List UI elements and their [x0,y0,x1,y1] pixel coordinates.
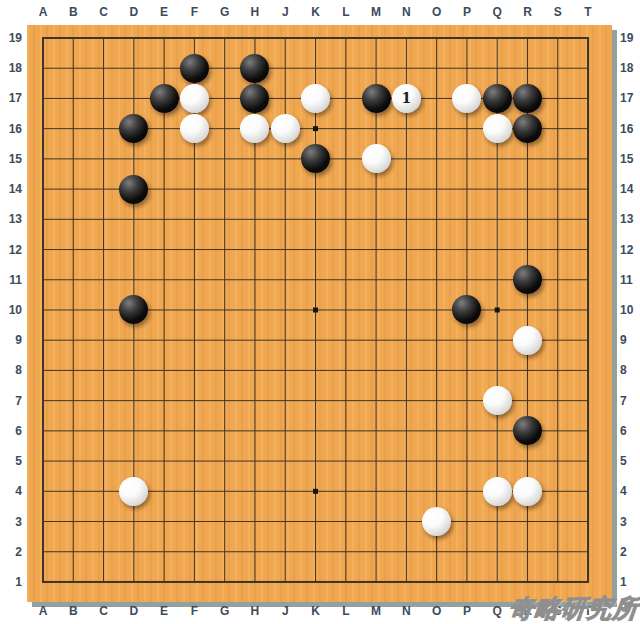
col-label-top-F: F [191,4,198,20]
row-label-left-14: 14 [0,181,22,197]
row-label-left-11: 11 [0,272,22,288]
row-label-right-8: 8 [620,362,640,378]
row-label-right-18: 18 [620,60,640,76]
white-stone-J16 [271,114,300,143]
black-stone-Q17 [483,84,512,113]
col-label-bottom-D: D [129,603,138,619]
row-label-left-5: 5 [0,453,22,469]
col-label-bottom-K: K [311,603,320,619]
star-point-K4 [313,489,318,494]
row-label-right-17: 17 [620,90,640,106]
black-stone-F18 [180,54,209,83]
white-stone-Q4 [483,477,512,506]
col-label-bottom-M: M [371,603,381,619]
star-point-K10 [313,307,318,312]
col-label-top-L: L [342,4,349,20]
go-diagram-page: 1 ABCDEFGHJKLMNOPQRST ABCDEFGHJKLMNOPQRS… [0,0,640,624]
row-label-left-18: 18 [0,60,22,76]
col-label-bottom-P: P [463,603,471,619]
white-stone-N17: 1 [392,84,421,113]
row-label-right-6: 6 [620,423,640,439]
col-label-bottom-N: N [402,603,411,619]
row-label-right-4: 4 [620,483,640,499]
col-label-top-M: M [371,4,381,20]
go-board[interactable]: 1 [27,25,612,602]
col-label-top-N: N [402,4,411,20]
col-label-top-P: P [463,4,471,20]
col-label-bottom-L: L [342,603,349,619]
col-label-bottom-A: A [39,603,48,619]
row-label-right-11: 11 [620,272,640,288]
row-label-right-1: 1 [620,574,640,590]
row-label-left-15: 15 [0,151,22,167]
col-label-bottom-H: H [251,603,260,619]
black-stone-H18 [240,54,269,83]
row-label-left-3: 3 [0,514,22,530]
row-label-right-14: 14 [620,181,640,197]
row-label-left-9: 9 [0,332,22,348]
row-label-right-19: 19 [620,30,640,46]
col-label-bottom-Q: Q [493,603,502,619]
white-stone-M15 [362,144,391,173]
white-stone-R4 [513,477,542,506]
row-label-right-5: 5 [620,453,640,469]
row-label-left-1: 1 [0,574,22,590]
row-label-left-7: 7 [0,393,22,409]
row-label-right-13: 13 [620,211,640,227]
row-label-right-16: 16 [620,121,640,137]
col-label-top-J: J [282,4,289,20]
watermark: 奇略研究所 [507,592,640,624]
move-number-label: 1 [392,84,421,113]
white-stone-D4 [119,477,148,506]
row-label-left-13: 13 [0,211,22,227]
row-label-right-12: 12 [620,242,640,258]
row-label-left-10: 10 [0,302,22,318]
col-label-bottom-B: B [69,603,78,619]
black-stone-M17 [362,84,391,113]
black-stone-R17 [513,84,542,113]
row-label-right-7: 7 [620,393,640,409]
black-stone-R11 [513,265,542,294]
col-label-top-E: E [160,4,168,20]
col-label-bottom-J: J [282,603,289,619]
row-label-left-12: 12 [0,242,22,258]
row-label-left-8: 8 [0,362,22,378]
col-label-top-Q: Q [493,4,502,20]
col-label-top-S: S [554,4,562,20]
row-label-left-4: 4 [0,483,22,499]
white-stone-F17 [180,84,209,113]
col-label-top-R: R [523,4,532,20]
col-label-bottom-O: O [432,603,441,619]
white-stone-K17 [301,84,330,113]
row-label-left-16: 16 [0,121,22,137]
white-stone-Q16 [483,114,512,143]
white-stone-F16 [180,114,209,143]
black-stone-E17 [150,84,179,113]
col-label-top-C: C [99,4,108,20]
col-label-bottom-E: E [160,603,168,619]
black-stone-D14 [119,175,148,204]
star-point-Q10 [495,307,500,312]
col-label-top-T: T [584,4,591,20]
row-label-right-9: 9 [620,332,640,348]
row-label-left-6: 6 [0,423,22,439]
row-label-right-15: 15 [620,151,640,167]
white-stone-O3 [422,507,451,536]
col-label-top-K: K [311,4,320,20]
col-label-top-D: D [129,4,138,20]
white-stone-Q7 [483,386,512,415]
col-label-top-B: B [69,4,78,20]
white-stone-R9 [513,326,542,355]
star-point-K16 [313,126,318,131]
black-stone-R16 [513,114,542,143]
row-label-left-19: 19 [0,30,22,46]
col-label-bottom-F: F [191,603,198,619]
row-label-right-3: 3 [620,514,640,530]
col-label-top-G: G [220,4,229,20]
row-label-right-2: 2 [620,544,640,560]
col-label-top-A: A [39,4,48,20]
row-label-right-10: 10 [620,302,640,318]
col-label-bottom-G: G [220,603,229,619]
row-label-left-17: 17 [0,90,22,106]
col-label-bottom-C: C [99,603,108,619]
row-label-left-2: 2 [0,544,22,560]
col-label-top-O: O [432,4,441,20]
col-label-top-H: H [251,4,260,20]
